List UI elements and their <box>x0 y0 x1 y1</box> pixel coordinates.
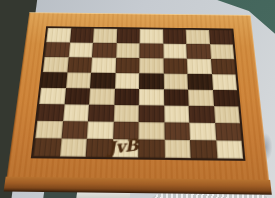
board-square <box>163 44 187 59</box>
board-square <box>139 43 163 58</box>
board-square <box>59 138 86 156</box>
board-square <box>212 90 238 107</box>
board-square <box>113 122 139 140</box>
board-square <box>211 74 237 90</box>
board-square <box>86 139 113 157</box>
board-square <box>93 29 117 44</box>
board-square <box>140 29 163 44</box>
board-square <box>214 106 240 123</box>
board-square <box>163 89 188 106</box>
board-square <box>186 44 210 59</box>
board-square <box>90 73 115 89</box>
board-square <box>115 58 139 73</box>
board-square <box>114 89 139 106</box>
board-square <box>41 72 67 88</box>
board-square <box>164 122 190 140</box>
board-square <box>113 105 139 122</box>
board-square <box>116 29 140 44</box>
board-square <box>39 88 65 105</box>
board-frame: JvB <box>7 12 269 180</box>
board-square <box>187 59 212 75</box>
board-square <box>189 106 215 123</box>
board-square <box>186 30 210 45</box>
board-square <box>139 89 164 106</box>
board-square <box>45 42 70 57</box>
board-square <box>46 28 71 43</box>
chessboard-photo: JvB <box>0 0 275 198</box>
board-square <box>189 123 215 141</box>
board-square <box>35 121 62 139</box>
board-square <box>138 122 164 140</box>
board-square <box>211 59 236 75</box>
board-square <box>116 43 140 58</box>
board-square <box>88 105 114 122</box>
board-square <box>91 58 116 73</box>
board-square <box>215 123 242 141</box>
board-square <box>139 73 163 89</box>
board-square <box>89 88 115 105</box>
board-square <box>210 44 235 59</box>
board-square <box>188 90 214 107</box>
board-square <box>115 73 140 89</box>
board-square <box>61 121 88 139</box>
board-square <box>66 72 91 88</box>
board-square <box>209 30 233 45</box>
chess-board: JvB <box>7 12 269 180</box>
board-square <box>163 74 188 90</box>
board-square <box>68 42 93 57</box>
board-square <box>67 57 92 72</box>
board-square <box>164 140 190 158</box>
board-square <box>63 104 89 121</box>
board-square <box>216 140 243 158</box>
board-square <box>37 104 64 121</box>
board-square <box>187 74 212 90</box>
board-grid <box>31 26 246 161</box>
board-square <box>139 105 164 122</box>
board-square <box>43 57 68 72</box>
board-square <box>139 58 163 74</box>
board-square <box>33 138 61 156</box>
board-square <box>138 139 164 157</box>
board-square <box>164 106 190 123</box>
board-square <box>92 43 116 58</box>
board-square <box>64 88 90 105</box>
board-square <box>87 121 113 139</box>
board-square <box>190 140 217 158</box>
board-square <box>163 29 187 44</box>
board-square <box>163 58 187 74</box>
board-square <box>70 28 94 43</box>
board-square <box>112 139 138 157</box>
